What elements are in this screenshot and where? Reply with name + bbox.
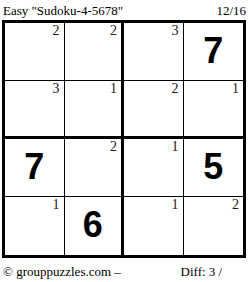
page-header: Easy "Sudoku-4-5678" 12/16 <box>0 0 248 18</box>
cell-r2c4[interactable]: 1 <box>184 81 244 139</box>
cell-r1c1[interactable]: 2 <box>5 23 65 81</box>
cell-value: 7 <box>24 149 44 187</box>
corner-mark: 1 <box>172 139 179 155</box>
corner-mark: 1 <box>172 197 179 213</box>
cell-r3c3[interactable]: 1 <box>124 139 184 197</box>
cell-r1c2[interactable]: 2 <box>65 23 125 81</box>
corner-mark: 2 <box>110 23 117 39</box>
cell-r3c2[interactable]: 2 <box>65 139 125 197</box>
cell-r2c1[interactable]: 3 <box>5 81 65 139</box>
sudoku-grid: 2 2 3 7 3 1 2 1 7 2 1 5 <box>2 20 246 258</box>
footer-copyright: © grouppuzzles.com – 12/16/2020 <box>3 264 181 282</box>
corner-mark: 2 <box>110 139 117 155</box>
corner-mark: 1 <box>110 81 117 97</box>
footer-difficulty: Diff: 3 / 552 <box>181 264 244 282</box>
cell-value: 6 <box>83 207 103 245</box>
corner-mark: 2 <box>53 23 60 39</box>
cell-r3c4[interactable]: 5 <box>184 139 244 197</box>
corner-mark: 2 <box>232 197 239 213</box>
cell-r4c2[interactable]: 6 <box>65 197 125 255</box>
cell-r1c4[interactable]: 7 <box>184 23 244 81</box>
corner-mark: 3 <box>172 23 179 39</box>
cell-r1c3[interactable]: 3 <box>124 23 184 81</box>
cell-value: 5 <box>203 149 223 187</box>
cell-value: 7 <box>203 33 223 71</box>
cell-r3c1[interactable]: 7 <box>5 139 65 197</box>
page-title: Easy "Sudoku-4-5678" <box>3 3 123 18</box>
cell-r2c3[interactable]: 2 <box>124 81 184 139</box>
cell-r4c3[interactable]: 1 <box>124 197 184 255</box>
cell-r4c4[interactable]: 2 <box>184 197 244 255</box>
corner-mark: 1 <box>53 197 60 213</box>
page-indicator: 12/16 <box>216 3 246 18</box>
corner-mark: 1 <box>232 81 239 97</box>
cell-r4c1[interactable]: 1 <box>5 197 65 255</box>
corner-mark: 3 <box>53 81 60 97</box>
page-footer: © grouppuzzles.com – 12/16/2020 Diff: 3 … <box>0 258 248 282</box>
cell-r2c2[interactable]: 1 <box>65 81 125 139</box>
corner-mark: 2 <box>172 81 179 97</box>
